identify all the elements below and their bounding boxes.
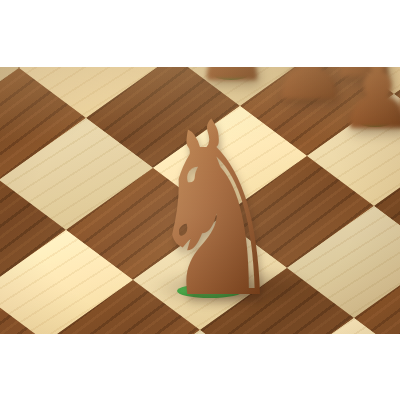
pawn-back-left-piece: ♟ (190, 67, 274, 94)
photo-top-margin (0, 0, 400, 67)
product-photo-frame: ♞♟♟♟♟♟ (0, 0, 400, 400)
photo-bottom-margin (0, 334, 400, 400)
pawn-edge-right-piece: ♟ (386, 67, 400, 123)
knight-piece: ♞ (139, 91, 293, 331)
pieces-layer: ♞♟♟♟♟♟ (0, 67, 400, 334)
chessboard-photo: ♞♟♟♟♟♟ (0, 67, 400, 334)
